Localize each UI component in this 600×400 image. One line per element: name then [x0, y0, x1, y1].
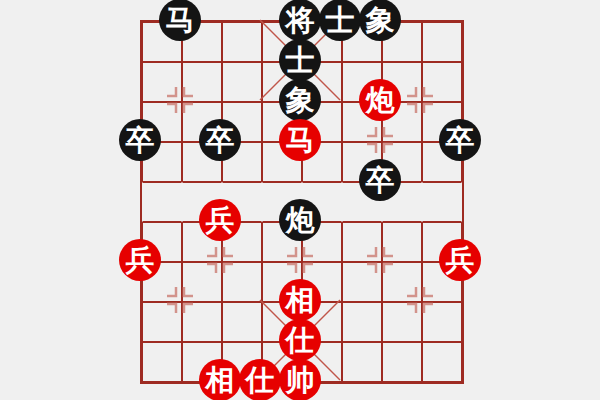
red-advisor[interactable]: 仕	[239, 359, 281, 400]
board-cell	[342, 222, 382, 262]
black-soldier[interactable]: 卒	[119, 119, 161, 161]
red-soldier[interactable]: 兵	[119, 239, 161, 281]
board-cell	[142, 302, 182, 342]
red-cannon[interactable]: 炮	[359, 79, 401, 121]
red-horse[interactable]: 马	[279, 119, 321, 161]
river-cell	[142, 182, 182, 222]
black-advisor[interactable]: 士	[279, 39, 321, 81]
board-cell	[222, 302, 262, 342]
board-cell	[342, 302, 382, 342]
board-cell	[422, 22, 462, 62]
board-cell	[422, 62, 462, 102]
board-cell	[342, 342, 382, 382]
red-advisor[interactable]: 仕	[279, 319, 321, 361]
board-cell	[382, 262, 422, 302]
board-cell	[382, 302, 422, 342]
black-general[interactable]: 将	[279, 0, 321, 41]
board-cell	[422, 342, 462, 382]
xiangqi-screenshot: 马将士象士象炮卒卒马卒卒兵炮兵兵相仕相仕帅	[0, 0, 600, 400]
board-cell	[222, 22, 262, 62]
board-cell	[222, 262, 262, 302]
board-cell	[142, 342, 182, 382]
black-soldier[interactable]: 卒	[439, 119, 481, 161]
red-soldier[interactable]: 兵	[199, 199, 241, 241]
board-cell	[182, 262, 222, 302]
black-cannon[interactable]: 炮	[279, 199, 321, 241]
board-cell	[422, 302, 462, 342]
board-cell	[342, 262, 382, 302]
red-soldier[interactable]: 兵	[439, 239, 481, 281]
board-cell	[382, 342, 422, 382]
black-advisor[interactable]: 士	[319, 0, 361, 41]
black-soldier[interactable]: 卒	[199, 119, 241, 161]
black-soldier[interactable]: 卒	[359, 159, 401, 201]
black-horse[interactable]: 马	[159, 0, 201, 41]
black-elephant[interactable]: 象	[359, 0, 401, 41]
red-elephant[interactable]: 相	[199, 359, 241, 400]
board-cell	[222, 62, 262, 102]
board-cell	[382, 222, 422, 262]
red-elephant[interactable]: 相	[279, 279, 321, 321]
river-cell	[422, 182, 462, 222]
black-elephant[interactable]: 象	[279, 79, 321, 121]
red-king[interactable]: 帅	[279, 359, 321, 400]
board-cell	[182, 62, 222, 102]
board-cell	[142, 62, 182, 102]
board-cell	[182, 302, 222, 342]
